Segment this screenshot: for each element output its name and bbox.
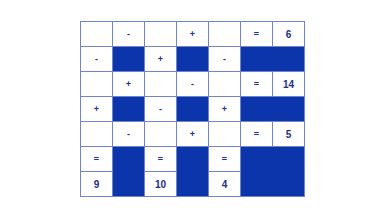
cell-r3c2-operator: + [113,72,144,96]
cell-r5c1-entry[interactable] [81,122,112,146]
cell-r3c7-result: 14 [273,72,304,96]
cell-r1c6-operator: = [241,22,272,46]
cell-r5c7-result: 5 [273,122,304,146]
cell-r1c1-entry[interactable] [81,22,112,46]
cell-r1c4-operator: + [177,22,208,46]
cell-r1c5-entry[interactable] [209,22,240,46]
cell-r4c4-block [177,97,208,121]
cell-r6c2-block [113,147,144,196]
cell-r6c3-operator: = [145,147,176,171]
cell-r7c3-result: 10 [145,172,176,196]
cell-r7c1-result: 9 [81,172,112,196]
cell-r2c2-block [113,47,144,71]
cell-r4c5-operator: + [209,97,240,121]
cell-r1c7-result: 6 [273,22,304,46]
cell-r2c6-block [241,47,304,71]
cell-r5c3-entry[interactable] [145,122,176,146]
puzzle-board: -+=6-+-+-=14+-+-+=5===9104 [80,21,305,197]
cell-r5c6-operator: = [241,122,272,146]
cell-r3c6-operator: = [241,72,272,96]
cell-r4c6-block [241,97,304,121]
cell-r6c1-operator: = [81,147,112,171]
cell-r4c1-operator: + [81,97,112,121]
cell-r3c1-entry[interactable] [81,72,112,96]
cell-r3c4-operator: - [177,72,208,96]
cell-r2c5-operator: - [209,47,240,71]
cell-r1c2-operator: - [113,22,144,46]
cell-r5c5-entry[interactable] [209,122,240,146]
cell-r6c5-operator: = [209,147,240,171]
cell-r4c3-operator: - [145,97,176,121]
cell-r6c4-block [177,147,208,196]
cell-r1c3-entry[interactable] [145,22,176,46]
cell-r2c4-block [177,47,208,71]
cell-r3c5-entry[interactable] [209,72,240,96]
cell-r6c6-block [241,147,304,196]
cell-r5c2-operator: - [113,122,144,146]
cell-r4c2-block [113,97,144,121]
puzzle-page: -+=6-+-+-=14+-+-+=5===9104 [0,0,380,220]
cell-r5c4-operator: + [177,122,208,146]
cell-r7c5-result: 4 [209,172,240,196]
cell-r2c1-operator: - [81,47,112,71]
cell-r2c3-operator: + [145,47,176,71]
cell-r3c3-entry[interactable] [145,72,176,96]
